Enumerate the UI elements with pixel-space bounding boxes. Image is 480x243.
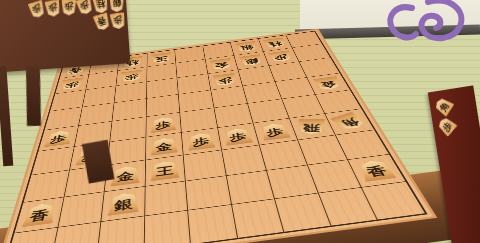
piece-kanji: 歩 [192,134,210,147]
shogi-piece[interactable]: 歩 [259,122,290,140]
shogi-piece[interactable]: 歩 [187,132,215,151]
shogi-piece[interactable]: 飛 [298,119,326,134]
komadai-gote[interactable]: 歩歩歩歩桂銀香歩 [0,0,130,73]
captured-piece[interactable]: 角 [433,96,455,117]
shogi-piece[interactable]: 玉 [151,52,172,64]
shogi-piece[interactable]: 銀 [108,191,139,215]
piece-kanji: 歩 [50,132,68,145]
piece-kanji: 王 [156,163,174,178]
piece-kanji: 角 [336,115,362,129]
captured-piece[interactable]: 歩 [75,0,94,16]
shogi-piece[interactable]: 歩 [268,50,294,62]
komadai-leg [26,66,41,126]
piece-kanji: 金 [319,78,338,88]
gote-captured-pieces[interactable]: 歩歩歩歩桂銀香歩 [24,0,128,64]
shogi-piece[interactable]: 桂 [263,37,287,48]
piece-kanji: 飛 [303,121,320,132]
shogi-piece[interactable]: 歩 [213,73,238,87]
captured-piece[interactable]: 歩 [109,12,126,30]
swirl-pattern-icon [382,0,474,56]
piece-kanji: 歩 [65,79,80,88]
piece-kanji: 歩 [31,1,44,18]
shogi-piece[interactable]: 銀 [235,41,258,53]
captured-piece[interactable]: 銀 [109,0,124,12]
shogi-piece[interactable]: 金 [313,76,343,91]
piece-kanji: 銀 [239,43,254,51]
shogi-piece[interactable]: 歩 [151,116,176,133]
shogi-piece[interactable]: 歩 [223,127,253,146]
shogi-piece[interactable]: 金 [151,137,178,156]
piece-kanji: 香 [96,14,109,31]
captured-piece[interactable]: 桂 [92,0,109,14]
piece-kanji: 香 [28,206,50,224]
piece-kanji: 金 [156,139,173,153]
board-square[interactable] [144,210,191,243]
piece-kanji: 角 [435,98,452,114]
shogi-piece[interactable]: 角 [330,112,369,132]
piece-kanji: 歩 [64,0,73,15]
captured-piece[interactable]: 歩 [44,0,61,17]
piece-kanji: 銀 [114,195,133,212]
piece-kanji: 歩 [112,13,123,29]
board-square[interactable] [188,205,238,243]
piece-kanji: 銀 [112,0,121,11]
piece-kanji: 金 [116,168,134,183]
shogi-piece[interactable]: 歩 [121,70,143,83]
captured-piece[interactable]: 歩 [436,115,458,137]
piece-kanji: 桂 [267,39,282,47]
captured-piece[interactable]: 香 [93,12,112,32]
shogi-piece[interactable]: 香 [22,202,57,227]
piece-kanji: 歩 [47,0,58,16]
piece-kanji: 桂 [95,0,106,13]
captured-piece[interactable]: 歩 [28,0,47,19]
shogi-piece[interactable]: 香 [356,159,396,182]
piece-kanji: 歩 [78,0,91,15]
piece-kanji: 歩 [217,75,233,85]
piece-kanji: 香 [363,162,389,178]
piece-kanji: 玉 [155,54,168,62]
piece-kanji: 歩 [273,52,289,61]
shogi-piece[interactable]: 歩 [60,77,84,90]
piece-kanji: 歩 [156,118,172,130]
piece-kanji: 歩 [438,118,455,135]
captured-piece[interactable]: 歩 [61,0,76,15]
piece-kanji: 金 [214,60,229,69]
shogi-piece[interactable]: 金 [210,58,234,71]
sente-captured-pieces[interactable]: 角歩 [435,94,480,169]
piece-kanji: 歩 [125,72,139,81]
shogi-piece[interactable]: 銀 [239,54,264,67]
shogi-piece[interactable]: 金 [110,165,139,187]
piece-kanji: 銀 [243,56,259,65]
piece-kanji: 歩 [229,130,248,143]
piece-kanji: 歩 [265,125,285,138]
shogi-piece[interactable]: 歩 [44,129,73,147]
shogi-piece[interactable]: 王 [151,160,180,181]
scene: 香桂玉銀桂歩歩金銀歩歩金歩歩歩金歩歩歩飛角金王香銀香 歩歩歩歩桂銀香歩 角歩 [0,0,480,243]
